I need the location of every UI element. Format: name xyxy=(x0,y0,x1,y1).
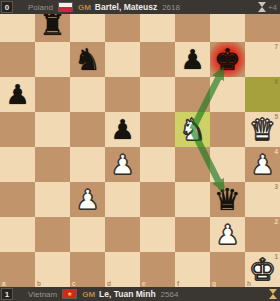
top-player-rating: 2618 xyxy=(162,3,180,12)
bottom-score-box: 1 xyxy=(1,288,13,300)
square-h7[interactable]: 7 xyxy=(245,42,280,77)
white-knight[interactable]: ♞ xyxy=(175,112,210,147)
square-f3[interactable] xyxy=(175,182,210,217)
top-player-bar: 0 Poland GM Bartel, Mateusz 2618 +4 xyxy=(0,0,280,14)
square-f7[interactable]: ♟ xyxy=(175,42,210,77)
coord-file-d: d xyxy=(107,280,111,287)
square-e2[interactable] xyxy=(140,217,175,252)
square-a2[interactable] xyxy=(0,217,35,252)
square-c4[interactable] xyxy=(70,147,105,182)
square-b1[interactable]: b xyxy=(35,252,70,287)
top-player-name: Bartel, Mateusz xyxy=(95,2,157,12)
square-a5[interactable] xyxy=(0,112,35,147)
square-f6[interactable] xyxy=(175,77,210,112)
top-title-badge: GM xyxy=(78,3,91,12)
white-pawn[interactable]: ♟ xyxy=(70,182,105,217)
star-icon: ★ xyxy=(67,291,72,297)
square-h4[interactable]: 4♟ xyxy=(245,147,280,182)
coord-file-a: a xyxy=(2,280,6,287)
square-b6[interactable] xyxy=(35,77,70,112)
coord-file-c: c xyxy=(72,280,76,287)
white-queen[interactable]: ♛ xyxy=(245,112,280,147)
square-g1[interactable]: g xyxy=(210,252,245,287)
coord-rank-6: 6 xyxy=(274,78,278,85)
square-d3[interactable] xyxy=(105,182,140,217)
square-c6[interactable] xyxy=(70,77,105,112)
coord-file-b: b xyxy=(37,280,41,287)
square-b5[interactable] xyxy=(35,112,70,147)
square-g5[interactable] xyxy=(210,112,245,147)
vietnam-flag-icon: ★ xyxy=(63,290,76,298)
square-a1[interactable]: a xyxy=(0,252,35,287)
black-pawn[interactable]: ♟ xyxy=(0,77,35,112)
square-d5[interactable]: ♟ xyxy=(105,112,140,147)
square-b2[interactable] xyxy=(35,217,70,252)
bottom-player-bar: 1 Vietnam ★ GM Le, Tuan Minh 2564 xyxy=(0,287,280,301)
square-e4[interactable] xyxy=(140,147,175,182)
square-a7[interactable] xyxy=(0,42,35,77)
black-pawn[interactable]: ♟ xyxy=(105,112,140,147)
square-f2[interactable] xyxy=(175,217,210,252)
square-a4[interactable] xyxy=(0,147,35,182)
square-h6[interactable]: 6 xyxy=(245,77,280,112)
coord-file-f: f xyxy=(177,280,179,287)
square-f5[interactable]: ♞ xyxy=(175,112,210,147)
square-c3[interactable]: ♟ xyxy=(70,182,105,217)
chess-board[interactable]: ♜8♞♟♚7♟6♟♞5♛♟4♟♟♛3♟2abcdefg1h♚ xyxy=(0,7,280,287)
top-score-box: 0 xyxy=(1,1,13,13)
square-g4[interactable] xyxy=(210,147,245,182)
square-d1[interactable]: d xyxy=(105,252,140,287)
hourglass-icon xyxy=(269,289,277,299)
bottom-country-label: Vietnam xyxy=(28,290,57,299)
coord-rank-3: 3 xyxy=(274,183,278,190)
bottom-title-badge: GM xyxy=(82,290,95,299)
square-d4[interactable]: ♟ xyxy=(105,147,140,182)
square-d6[interactable] xyxy=(105,77,140,112)
square-b4[interactable] xyxy=(35,147,70,182)
white-pawn[interactable]: ♟ xyxy=(105,147,140,182)
square-c2[interactable] xyxy=(70,217,105,252)
square-d2[interactable] xyxy=(105,217,140,252)
bottom-player-rating: 2564 xyxy=(161,290,179,299)
white-pawn[interactable]: ♟ xyxy=(210,217,245,252)
square-h2[interactable]: 2 xyxy=(245,217,280,252)
bottom-player-name: Le, Tuan Minh xyxy=(99,289,156,299)
square-b7[interactable] xyxy=(35,42,70,77)
white-king[interactable]: ♚ xyxy=(245,252,280,287)
square-h5[interactable]: 5♛ xyxy=(245,112,280,147)
black-queen[interactable]: ♛ xyxy=(210,182,245,217)
square-c7[interactable]: ♞ xyxy=(70,42,105,77)
square-c1[interactable]: c xyxy=(70,252,105,287)
square-h1[interactable]: 1h♚ xyxy=(245,252,280,287)
coord-file-e: e xyxy=(142,280,146,287)
square-g3[interactable]: ♛ xyxy=(210,182,245,217)
black-pawn[interactable]: ♟ xyxy=(175,42,210,77)
square-g6[interactable] xyxy=(210,77,245,112)
square-a3[interactable] xyxy=(0,182,35,217)
square-b3[interactable] xyxy=(35,182,70,217)
square-d7[interactable] xyxy=(105,42,140,77)
square-h3[interactable]: 3 xyxy=(245,182,280,217)
black-king[interactable]: ♚ xyxy=(210,42,245,77)
square-c5[interactable] xyxy=(70,112,105,147)
square-e3[interactable] xyxy=(140,182,175,217)
square-f1[interactable]: f xyxy=(175,252,210,287)
material-advantage: +4 xyxy=(268,3,277,12)
square-e1[interactable]: e xyxy=(140,252,175,287)
square-g7[interactable]: ♚ xyxy=(210,42,245,77)
square-g2[interactable]: ♟ xyxy=(210,217,245,252)
coord-rank-2: 2 xyxy=(274,218,278,225)
black-knight[interactable]: ♞ xyxy=(70,42,105,77)
poland-flag-icon xyxy=(59,3,72,11)
white-pawn[interactable]: ♟ xyxy=(245,147,280,182)
coord-rank-7: 7 xyxy=(274,43,278,50)
square-e5[interactable] xyxy=(140,112,175,147)
square-f4[interactable] xyxy=(175,147,210,182)
square-e7[interactable] xyxy=(140,42,175,77)
square-e6[interactable] xyxy=(140,77,175,112)
square-a6[interactable]: ♟ xyxy=(0,77,35,112)
broadcast-window: ♜8♞♟♚7♟6♟♞5♛♟4♟♟♛3♟2abcdefg1h♚ 0 Poland … xyxy=(0,0,280,301)
top-country-label: Poland xyxy=(28,3,53,12)
hourglass-icon xyxy=(258,2,266,12)
coord-file-g: g xyxy=(212,280,216,287)
